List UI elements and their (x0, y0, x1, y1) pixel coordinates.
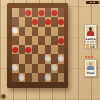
captured-piece-dot (92, 41, 94, 43)
white-piece[interactable]: ● (12, 27, 19, 35)
red-piece[interactable]: ● (12, 45, 19, 53)
captured-red-pieces-row (85, 56, 93, 58)
board-square[interactable]: ● (12, 27, 19, 36)
avatar-torso-icon (87, 31, 94, 36)
board-square[interactable] (58, 73, 65, 82)
player-name-top: Laura (85, 37, 95, 41)
white-piece[interactable]: ● (58, 55, 65, 63)
checkers-board: ●●●●●●●●●●●●●●●● (7, 3, 68, 88)
red-piece[interactable]: ● (58, 18, 65, 26)
board-square[interactable]: ● (58, 36, 65, 45)
top-right-logo[interactable] (86, 1, 99, 5)
avatar-torso-icon (87, 66, 94, 70)
board-square[interactable]: ● (19, 73, 26, 82)
player-name-bottom: Paul (87, 71, 95, 75)
board-square[interactable]: ● (58, 54, 65, 63)
board-square[interactable]: ● (51, 64, 58, 73)
red-piece[interactable]: ● (38, 8, 45, 16)
captured-piece-dot (91, 56, 93, 58)
board-square[interactable]: ● (45, 73, 52, 82)
board-square[interactable] (58, 64, 65, 73)
board-square[interactable]: ● (25, 45, 32, 54)
player-card-paul[interactable]: Paul (84, 59, 97, 77)
score-bar: 19 (84, 44, 97, 49)
logo-mark-icon (90, 2, 92, 3)
captured-white-pieces-row (84, 41, 96, 43)
coin-icon (86, 45, 88, 47)
board-square[interactable]: ● (58, 17, 65, 26)
white-piece[interactable]: ● (51, 64, 58, 72)
red-piece[interactable]: ● (51, 8, 58, 16)
board-square[interactable]: ● (32, 17, 39, 26)
board-square[interactable]: ● (45, 17, 52, 26)
avatar-paul (86, 61, 95, 70)
white-piece[interactable]: ● (45, 55, 52, 63)
red-piece[interactable]: ● (32, 18, 39, 26)
white-piece[interactable]: ● (12, 64, 19, 72)
score-value: 19 (90, 45, 95, 49)
red-piece[interactable]: ● (45, 18, 52, 26)
captured-piece-dot (95, 41, 97, 43)
board-squares-grid: ●●●●●●●●●●●●●●●● (12, 8, 64, 82)
logo-mark-icon (93, 2, 95, 3)
captured-piece-dot (87, 41, 89, 43)
board-square[interactable]: ● (12, 45, 19, 54)
white-piece[interactable]: ● (19, 73, 26, 81)
red-piece[interactable]: ● (58, 36, 65, 44)
red-piece[interactable]: ● (25, 8, 32, 16)
avatar-laura (86, 26, 95, 36)
bottom-left-watermark-icon: ● (1, 92, 6, 99)
white-piece[interactable]: ● (45, 73, 52, 81)
red-piece[interactable]: ● (25, 45, 32, 53)
